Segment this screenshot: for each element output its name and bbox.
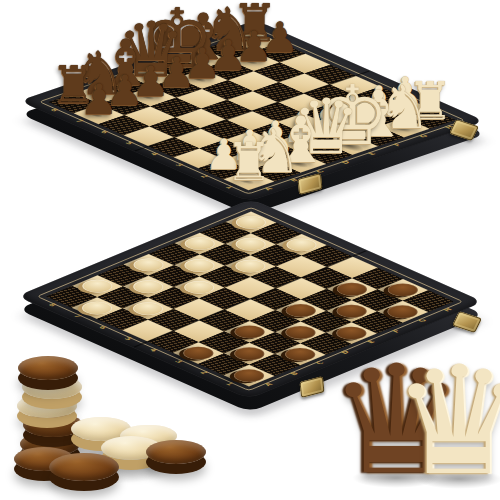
coord-label-rank: 8 <box>47 303 58 308</box>
coord-label-rank: 3 <box>173 163 184 167</box>
coord-label-rank: 1 <box>224 382 235 387</box>
coord-label-rank: 7 <box>72 314 83 319</box>
coord-label-rank: 2 <box>198 370 209 375</box>
coord-label-file: H <box>442 307 454 312</box>
coord-label-rank: 3 <box>173 359 184 364</box>
coord-label-file: C <box>314 361 325 366</box>
coord-label-rank: 6 <box>98 130 109 134</box>
coord-label-file: B <box>289 371 300 376</box>
coord-label-rank: 6 <box>97 325 108 330</box>
coord-label-rank: 5 <box>123 141 134 145</box>
loose-checker-dark <box>49 453 120 481</box>
chess-white-rook: ♜ <box>226 136 273 188</box>
stacked-checker-dark <box>18 356 78 380</box>
coord-label-rank: 4 <box>148 348 159 353</box>
chess-black-pawn: ♟ <box>80 79 118 121</box>
coord-label-file: G <box>416 318 428 323</box>
display-light-queen: ♛ <box>392 346 500 496</box>
chess-board: H8G7F6E5D4C3B2A1♜♞♝♛♚♝♞♜♟♟♟♟♟♟♟♟♟♟♟♟♟♟♟♟… <box>19 20 485 202</box>
coord-label-file: A <box>263 382 274 387</box>
loose-checker-dark <box>146 440 206 464</box>
coord-label-rank: 5 <box>122 337 133 342</box>
coord-label-rank: 4 <box>148 152 159 156</box>
product-photo-scene: H8G7F6E5D4C3B2A1♜♞♝♛♚♝♞♜♟♟♟♟♟♟♟♟♟♟♟♟♟♟♟♟… <box>0 0 500 500</box>
